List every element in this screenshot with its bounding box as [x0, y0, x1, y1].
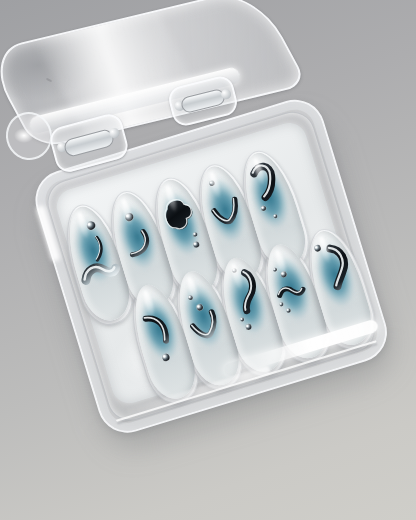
chrome-dot — [286, 308, 291, 313]
chrome-dot — [196, 303, 204, 311]
hinge-pin — [179, 88, 226, 114]
chrome-dot — [245, 323, 252, 330]
chrome-dot — [273, 267, 278, 272]
chrome-dot — [192, 232, 197, 237]
chrome-dot — [192, 241, 200, 249]
chrome-dot — [273, 214, 278, 219]
lid-corner-glint — [14, 128, 34, 143]
chrome-dot — [260, 205, 266, 211]
product-photo — [0, 0, 416, 520]
hinge-pin — [62, 128, 115, 159]
chrome-dot — [240, 317, 245, 322]
chrome-dot — [161, 353, 170, 362]
chrome-dot — [279, 302, 284, 307]
